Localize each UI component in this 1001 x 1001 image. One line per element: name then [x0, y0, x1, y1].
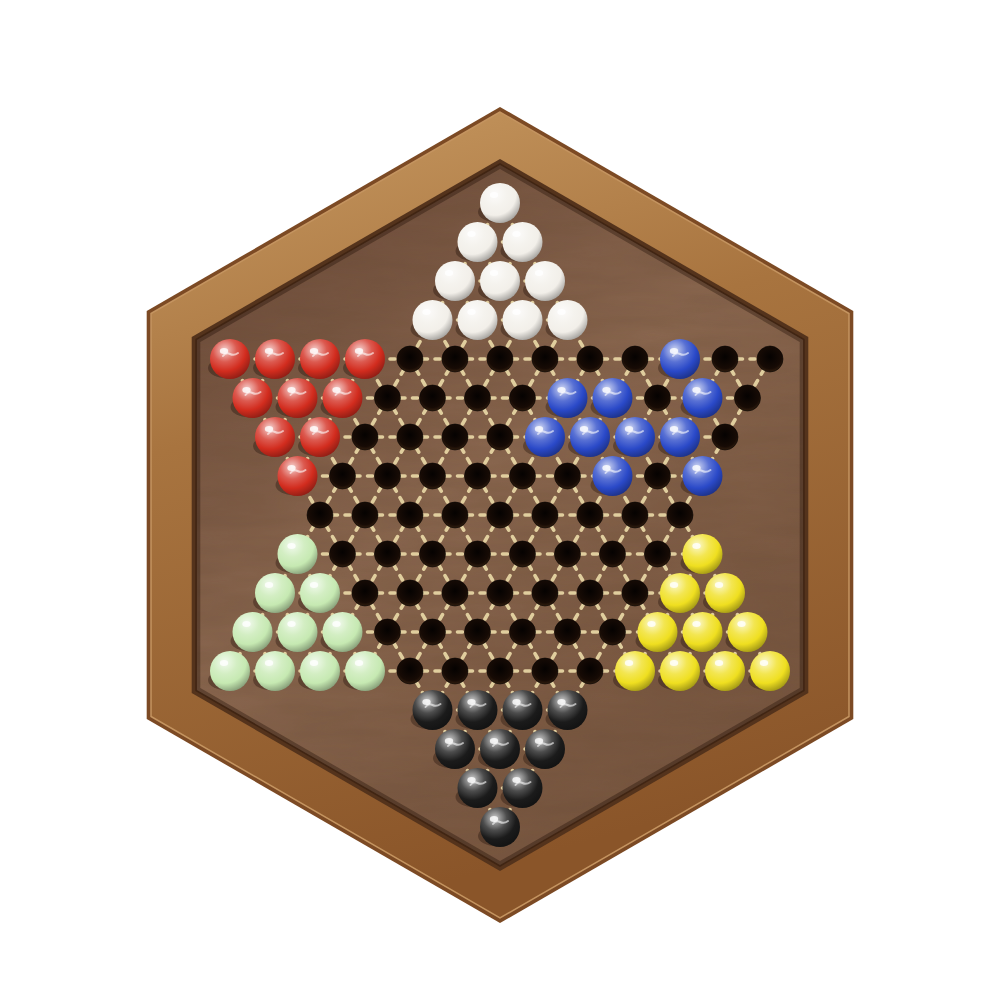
hole-r12-c5[interactable] [420, 619, 446, 645]
hole-r13-c8[interactable] [532, 658, 558, 684]
hole-r7-c6[interactable] [487, 424, 513, 450]
marble-sphere [525, 729, 565, 769]
hole-r5-c6[interactable] [442, 346, 468, 372]
hole-r12-c9[interactable] [600, 619, 626, 645]
marble-highlight [332, 621, 340, 627]
marble-highlight [310, 660, 318, 666]
marble-sphere [503, 222, 543, 262]
hole-r12-c7[interactable] [510, 619, 536, 645]
marble-sphere [233, 612, 273, 652]
marble-highlight [422, 309, 430, 315]
hole-r5-c7[interactable] [487, 346, 513, 372]
marble-sphere [615, 417, 655, 457]
marble-sphere [480, 183, 520, 223]
hole-r6-c12[interactable] [735, 385, 761, 411]
marble-sphere [255, 573, 295, 613]
hole-r8-c9[interactable] [645, 463, 671, 489]
marble-sphere [660, 339, 700, 379]
marble-sphere [278, 456, 318, 496]
hole-r7-c11[interactable] [712, 424, 738, 450]
hole-r8-c3[interactable] [375, 463, 401, 489]
marble-highlight [265, 660, 273, 666]
hole-r5-c5[interactable] [397, 346, 423, 372]
hole-r11-c8[interactable] [577, 580, 603, 606]
marble-sphere [345, 339, 385, 379]
hole-r10-c3[interactable] [375, 541, 401, 567]
marble-highlight [670, 660, 678, 666]
marble-highlight [535, 270, 543, 276]
marble-sphere [323, 378, 363, 418]
hole-r5-c9[interactable] [577, 346, 603, 372]
marble-highlight [265, 582, 273, 588]
board-canvas [0, 0, 1001, 1001]
hole-r12-c6[interactable] [465, 619, 491, 645]
hole-r11-c3[interactable] [352, 580, 378, 606]
hole-r11-c6[interactable] [487, 580, 513, 606]
hole-r10-c9[interactable] [645, 541, 671, 567]
marble-highlight [625, 660, 633, 666]
marble-sphere [458, 222, 498, 262]
marble-sphere [660, 573, 700, 613]
marble-sphere [413, 690, 453, 730]
marble-sphere [210, 651, 250, 691]
marble-highlight [467, 231, 475, 237]
marble-sphere [525, 417, 565, 457]
marble-highlight [220, 660, 228, 666]
hole-r9-c6[interactable] [532, 502, 558, 528]
hole-r6-c6[interactable] [465, 385, 491, 411]
marble-sphere [660, 417, 700, 457]
marble-sphere [458, 300, 498, 340]
marble-sphere [548, 690, 588, 730]
hole-r6-c5[interactable] [420, 385, 446, 411]
hole-r8-c7[interactable] [555, 463, 581, 489]
marble-sphere [345, 651, 385, 691]
marble-highlight [715, 660, 723, 666]
marble-highlight [512, 231, 520, 237]
hole-r11-c4[interactable] [397, 580, 423, 606]
marble-highlight [670, 582, 678, 588]
hole-r9-c1[interactable] [307, 502, 333, 528]
hole-r11-c9[interactable] [622, 580, 648, 606]
marble-sphere [728, 612, 768, 652]
hole-r9-c7[interactable] [577, 502, 603, 528]
marble-sphere [300, 417, 340, 457]
marble-sphere [300, 573, 340, 613]
hole-r9-c4[interactable] [442, 502, 468, 528]
marble-highlight [647, 621, 655, 627]
marble-sphere [480, 729, 520, 769]
hole-r13-c7[interactable] [487, 658, 513, 684]
marble-sphere [683, 612, 723, 652]
hole-r8-c6[interactable] [510, 463, 536, 489]
marble-sphere [458, 768, 498, 808]
hole-r5-c8[interactable] [532, 346, 558, 372]
marble-highlight [512, 309, 520, 315]
hole-r13-c6[interactable] [442, 658, 468, 684]
hole-r10-c6[interactable] [510, 541, 536, 567]
marble-highlight [287, 621, 295, 627]
marble-highlight [557, 309, 565, 315]
hole-r9-c5[interactable] [487, 502, 513, 528]
marble-sphere [503, 768, 543, 808]
marble-sphere [480, 807, 520, 847]
marble-sphere [300, 339, 340, 379]
chinese-checkers-board [0, 0, 1001, 1001]
marble-sphere [705, 651, 745, 691]
hole-r5-c10[interactable] [622, 346, 648, 372]
marble-sphere [705, 573, 745, 613]
hole-r9-c8[interactable] [622, 502, 648, 528]
marble-highlight [692, 621, 700, 627]
hole-r7-c4[interactable] [397, 424, 423, 450]
marble-sphere [683, 456, 723, 496]
hole-r10-c7[interactable] [555, 541, 581, 567]
marble-sphere [323, 612, 363, 652]
marble-sphere [683, 378, 723, 418]
hole-r6-c7[interactable] [510, 385, 536, 411]
marble-sphere [255, 417, 295, 457]
marble-highlight [355, 660, 363, 666]
marble-sphere [548, 378, 588, 418]
marble-sphere [278, 378, 318, 418]
marble-sphere [750, 651, 790, 691]
marble-highlight [242, 621, 250, 627]
hole-r10-c4[interactable] [420, 541, 446, 567]
hole-r10-c8[interactable] [600, 541, 626, 567]
marble-highlight [287, 543, 295, 549]
marble-sphere [615, 651, 655, 691]
marble-sphere [570, 417, 610, 457]
hole-r6-c10[interactable] [645, 385, 671, 411]
hole-r8-c5[interactable] [465, 463, 491, 489]
marble-sphere [525, 261, 565, 301]
hole-r10-c5[interactable] [465, 541, 491, 567]
hole-r10-c2[interactable] [330, 541, 356, 567]
marble-sphere [278, 534, 318, 574]
marble-sphere [458, 690, 498, 730]
marble-highlight [715, 582, 723, 588]
marble-highlight [692, 543, 700, 549]
marble-sphere [593, 378, 633, 418]
marble-highlight [445, 270, 453, 276]
marble-sphere [255, 651, 295, 691]
hole-r13-c5[interactable] [397, 658, 423, 684]
marble-sphere [683, 534, 723, 574]
marble-highlight [490, 270, 498, 276]
hole-r8-c2[interactable] [330, 463, 356, 489]
marble-sphere [413, 300, 453, 340]
marble-sphere [638, 612, 678, 652]
hole-r12-c8[interactable] [555, 619, 581, 645]
hole-r7-c5[interactable] [442, 424, 468, 450]
marble-sphere [503, 300, 543, 340]
marble-sphere [233, 378, 273, 418]
marble-sphere [593, 456, 633, 496]
marble-sphere [660, 651, 700, 691]
hole-r9-c2[interactable] [352, 502, 378, 528]
marble-sphere [480, 261, 520, 301]
marble-highlight [467, 309, 475, 315]
marble-highlight [310, 582, 318, 588]
hole-r9-c3[interactable] [397, 502, 423, 528]
hole-r11-c7[interactable] [532, 580, 558, 606]
marble-highlight [490, 192, 498, 198]
marble-sphere [548, 300, 588, 340]
hole-r5-c13[interactable] [757, 346, 783, 372]
marble-sphere [255, 339, 295, 379]
marble-sphere [278, 612, 318, 652]
hole-r5-c12[interactable] [712, 346, 738, 372]
marble-sphere [435, 729, 475, 769]
marble-sphere [300, 651, 340, 691]
marble-sphere [503, 690, 543, 730]
hole-r6-c4[interactable] [375, 385, 401, 411]
marble-sphere [210, 339, 250, 379]
hole-r8-c4[interactable] [420, 463, 446, 489]
hole-r13-c9[interactable] [577, 658, 603, 684]
hole-r11-c5[interactable] [442, 580, 468, 606]
hole-r12-c4[interactable] [375, 619, 401, 645]
marble-highlight [737, 621, 745, 627]
hole-r9-c9[interactable] [667, 502, 693, 528]
marble-highlight [760, 660, 768, 666]
hole-r7-c3[interactable] [352, 424, 378, 450]
marble-sphere [435, 261, 475, 301]
